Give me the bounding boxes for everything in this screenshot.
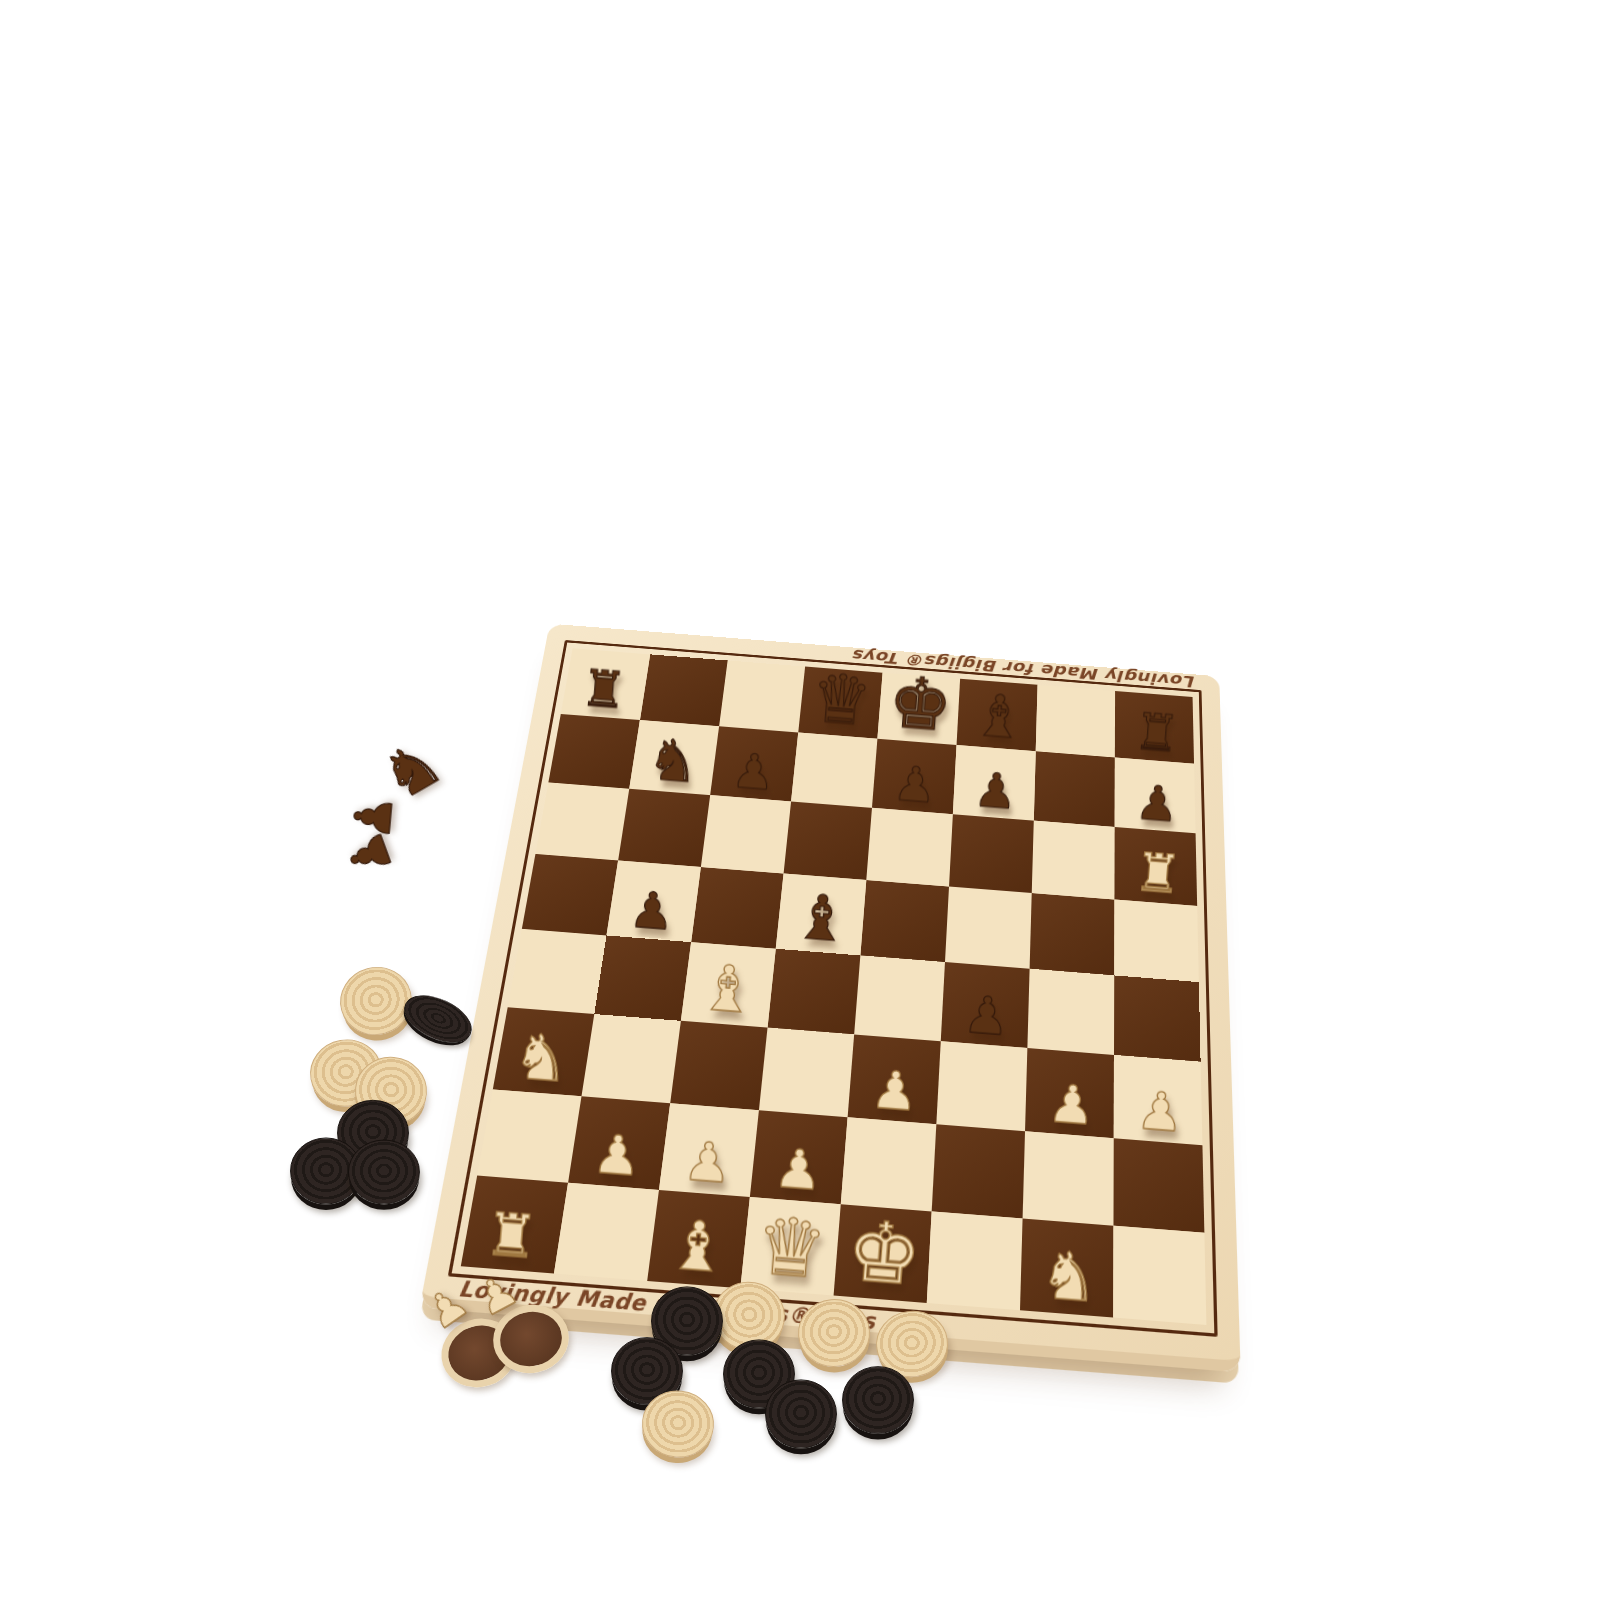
- square-c6[interactable]: [701, 795, 791, 873]
- black-queen-d8[interactable]: ♛: [808, 664, 873, 736]
- square-g4[interactable]: [1027, 969, 1114, 1055]
- square-h8[interactable]: ♜: [1115, 691, 1194, 764]
- white-pawn-c2[interactable]: ♟: [681, 1134, 733, 1191]
- black-pawn-f7[interactable]: ♟: [972, 765, 1018, 816]
- square-b3[interactable]: [581, 1014, 680, 1103]
- square-a2[interactable]: [477, 1089, 581, 1182]
- square-c1[interactable]: ♝: [647, 1190, 750, 1288]
- square-c3[interactable]: [670, 1021, 767, 1110]
- black-pawn-f4[interactable]: ♟: [961, 989, 1011, 1043]
- square-e5[interactable]: [860, 880, 949, 962]
- square-a4[interactable]: [508, 929, 607, 1014]
- black-bishop-f8[interactable]: ♝: [970, 686, 1026, 748]
- white-pawn-g3[interactable]: ♟: [1046, 1077, 1097, 1133]
- square-g6[interactable]: [1032, 821, 1115, 900]
- white-pawn-b2[interactable]: ♟: [590, 1127, 642, 1184]
- black-rook-h8[interactable]: ♜: [1132, 706, 1181, 760]
- square-b1[interactable]: [554, 1183, 659, 1281]
- square-h5[interactable]: [1114, 900, 1199, 983]
- square-c5[interactable]: [691, 867, 783, 949]
- square-c7[interactable]: ♟: [710, 726, 798, 801]
- square-f1[interactable]: [927, 1211, 1023, 1310]
- square-f4[interactable]: ♟: [941, 962, 1030, 1048]
- white-bishop-c4[interactable]: ♝: [697, 956, 758, 1023]
- black-knight-b7[interactable]: ♞: [645, 730, 701, 791]
- photo-stage: ♜♛♚♝♜♞♟♟♟♟♜♟♝♝♟♞♟♟♟♟♟♟♜♝♛♚♞ Lovingly Mad…: [0, 0, 1600, 1600]
- square-g2[interactable]: [1023, 1131, 1114, 1225]
- dark-draughts-piece[interactable]: [348, 1140, 420, 1205]
- black-pawn-h7[interactable]: ♟: [1133, 778, 1179, 829]
- square-c8[interactable]: [719, 660, 805, 732]
- square-g8[interactable]: [1036, 685, 1115, 758]
- white-pawn-d2[interactable]: ♟: [772, 1141, 824, 1198]
- square-h7[interactable]: ♟: [1115, 757, 1196, 833]
- square-e3[interactable]: ♟: [848, 1034, 941, 1124]
- square-b5[interactable]: ♟: [606, 860, 700, 942]
- square-h6[interactable]: ♜: [1114, 827, 1197, 906]
- white-knight-a3[interactable]: ♞: [510, 1025, 571, 1092]
- white-king-e1[interactable]: ♚: [843, 1209, 924, 1298]
- black-pawn-e7[interactable]: ♟: [891, 759, 937, 810]
- square-b8[interactable]: [640, 654, 728, 726]
- square-a5[interactable]: [522, 854, 618, 936]
- white-queen-d1[interactable]: ♛: [752, 1206, 829, 1290]
- square-d5[interactable]: ♝: [776, 873, 867, 955]
- square-d2[interactable]: ♟: [750, 1110, 848, 1204]
- square-e1[interactable]: ♚: [834, 1204, 932, 1303]
- white-rook-a1[interactable]: ♜: [482, 1204, 540, 1267]
- square-f3[interactable]: [936, 1041, 1027, 1131]
- square-a1[interactable]: ♜: [461, 1176, 568, 1274]
- square-e2[interactable]: [841, 1117, 937, 1211]
- dark-draughts-piece[interactable]: [842, 1366, 914, 1434]
- square-d1[interactable]: ♛: [740, 1197, 840, 1295]
- square-h1[interactable]: [1113, 1226, 1206, 1325]
- white-knight-g1[interactable]: ♞: [1037, 1242, 1101, 1312]
- black-rook-a8[interactable]: ♜: [579, 663, 628, 717]
- square-f7[interactable]: ♟: [953, 745, 1036, 821]
- black-king-e8[interactable]: ♚: [885, 666, 954, 742]
- chess-board: ♜♛♚♝♜♞♟♟♟♟♜♟♝♝♟♞♟♟♟♟♟♟♜♝♛♚♞ Lovingly Mad…: [419, 624, 1240, 1373]
- square-g1[interactable]: ♞: [1020, 1219, 1113, 1318]
- square-h3[interactable]: ♟: [1114, 1055, 1203, 1145]
- square-f6[interactable]: [949, 814, 1034, 893]
- square-e4[interactable]: [854, 955, 945, 1041]
- white-pawn-e3[interactable]: ♟: [869, 1063, 920, 1119]
- square-h4[interactable]: [1114, 975, 1201, 1061]
- black-pawn-b5[interactable]: ♟: [627, 884, 675, 937]
- square-g7[interactable]: [1034, 751, 1115, 827]
- square-a7[interactable]: [548, 714, 640, 789]
- square-f2[interactable]: [932, 1124, 1025, 1218]
- square-e8[interactable]: ♚: [877, 673, 960, 745]
- board-grid: ♜♛♚♝♜♞♟♟♟♟♜♟♝♝♟♞♟♟♟♟♟♟♜♝♛♚♞: [461, 648, 1207, 1325]
- square-e6[interactable]: [866, 808, 953, 887]
- square-c2[interactable]: ♟: [659, 1103, 759, 1197]
- square-b7[interactable]: ♞: [629, 720, 719, 795]
- square-e7[interactable]: ♟: [872, 739, 957, 814]
- square-b2[interactable]: ♟: [568, 1096, 670, 1190]
- white-pawn-h3[interactable]: ♟: [1134, 1084, 1185, 1140]
- square-b4[interactable]: [594, 935, 691, 1020]
- square-a8[interactable]: ♜: [561, 648, 650, 720]
- square-d7[interactable]: [791, 733, 877, 808]
- white-bishop-c1[interactable]: ♝: [664, 1210, 730, 1283]
- square-f5[interactable]: [945, 886, 1032, 968]
- square-c4[interactable]: ♝: [681, 942, 776, 1028]
- black-bishop-d5[interactable]: ♝: [791, 885, 851, 951]
- black-pawn-c7[interactable]: ♟: [730, 746, 776, 797]
- square-d8[interactable]: ♛: [798, 667, 882, 739]
- square-f8[interactable]: ♝: [957, 679, 1038, 751]
- square-g5[interactable]: [1030, 893, 1115, 975]
- square-d4[interactable]: [768, 949, 861, 1035]
- square-h2[interactable]: [1113, 1138, 1204, 1233]
- dark-draughts-piece[interactable]: [765, 1379, 837, 1448]
- white-rook-h6[interactable]: ♜: [1132, 845, 1183, 901]
